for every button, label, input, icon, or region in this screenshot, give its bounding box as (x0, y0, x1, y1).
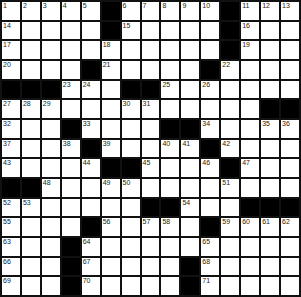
white-cell-r15c2[interactable] (22, 277, 40, 295)
black-cell-r4c5 (82, 61, 100, 79)
white-cell-r10c12[interactable]: 51 (221, 179, 239, 197)
white-cell-r10c4[interactable] (62, 179, 80, 197)
white-cell-r10c5[interactable] (82, 179, 100, 197)
white-cell-r11c4[interactable] (62, 199, 80, 217)
white-cell-r12c10[interactable] (181, 218, 199, 236)
white-cell-r1c11[interactable]: 10 (201, 2, 219, 20)
black-cell-r11c9 (161, 199, 179, 217)
clue-number: 20 (3, 61, 11, 69)
white-cell-r12c9[interactable]: 58 (161, 218, 179, 236)
white-cell-r11c5[interactable] (82, 199, 100, 217)
white-cell-r1c13[interactable]: 11 (241, 2, 259, 20)
black-cell-r5c3 (42, 81, 60, 99)
white-cell-r3c3[interactable] (42, 41, 60, 59)
black-cell-r1c6 (102, 2, 120, 20)
white-cell-r3c2[interactable] (22, 41, 40, 59)
white-cell-r9c15[interactable] (281, 159, 299, 177)
white-cell-r9c14[interactable] (261, 159, 279, 177)
clue-number: 37 (3, 140, 11, 148)
clue-number: 70 (83, 277, 91, 285)
white-cell-r15c1[interactable]: 69 (2, 277, 20, 295)
white-cell-r10c3[interactable]: 48 (42, 179, 60, 197)
white-cell-r6c12[interactable] (221, 100, 239, 118)
white-cell-r8c12[interactable]: 42 (221, 140, 239, 158)
white-cell-r11c7[interactable] (122, 199, 140, 217)
clue-number: 52 (3, 199, 11, 207)
white-cell-r1c5[interactable]: 5 (82, 2, 100, 20)
white-cell-r6c5[interactable] (82, 100, 100, 118)
white-cell-r13c3[interactable] (42, 238, 60, 256)
white-cell-r1c8[interactable]: 7 (142, 2, 160, 20)
white-cell-r7c7[interactable] (122, 120, 140, 138)
white-cell-r13c10[interactable] (181, 238, 199, 256)
white-cell-r1c7[interactable]: 6 (122, 2, 140, 20)
white-cell-r4c7[interactable] (122, 61, 140, 79)
white-cell-r15c5[interactable]: 70 (82, 277, 100, 295)
clue-number: 38 (63, 140, 71, 148)
white-cell-r9c5[interactable]: 44 (82, 159, 100, 177)
white-cell-r4c9[interactable] (161, 61, 179, 79)
white-cell-r14c5[interactable]: 67 (82, 258, 100, 276)
black-cell-r7c10 (181, 120, 199, 138)
white-cell-r10c11[interactable] (201, 179, 219, 197)
white-cell-r13c6[interactable] (102, 238, 120, 256)
white-cell-r9c3[interactable] (42, 159, 60, 177)
white-cell-r3c15[interactable] (281, 41, 299, 59)
clue-number: 18 (103, 41, 111, 49)
white-cell-r10c15[interactable] (281, 179, 299, 197)
white-cell-r3c5[interactable] (82, 41, 100, 59)
black-cell-r14c4 (62, 258, 80, 276)
white-cell-r6c13[interactable] (241, 100, 259, 118)
black-cell-r11c8 (142, 199, 160, 217)
black-cell-r13c4 (62, 238, 80, 256)
white-cell-r12c15[interactable]: 62 (281, 218, 299, 236)
clue-number: 32 (3, 120, 11, 128)
clue-number: 31 (143, 100, 151, 108)
white-cell-r14c8[interactable] (142, 258, 160, 276)
white-cell-r2c3[interactable] (42, 22, 60, 40)
white-cell-r15c11[interactable]: 71 (201, 277, 219, 295)
clue-number: 71 (202, 277, 210, 285)
white-cell-r3c6[interactable]: 18 (102, 41, 120, 59)
black-cell-r5c7 (122, 81, 140, 99)
white-cell-r8c3[interactable] (42, 140, 60, 158)
black-cell-r10c1 (2, 179, 20, 197)
black-cell-r2c6 (102, 22, 120, 40)
white-cell-r4c13[interactable] (241, 61, 259, 79)
white-cell-r11c2[interactable]: 53 (22, 199, 40, 217)
white-cell-r13c2[interactable] (22, 238, 40, 256)
clue-number: 27 (3, 100, 11, 108)
white-cell-r3c9[interactable] (161, 41, 179, 59)
clue-number: 56 (103, 218, 111, 226)
clue-number: 33 (83, 120, 91, 128)
clue-number: 8 (162, 2, 166, 10)
white-cell-r8c2[interactable] (22, 140, 40, 158)
white-cell-r7c5[interactable]: 33 (82, 120, 100, 138)
white-cell-r14c11[interactable]: 68 (201, 258, 219, 276)
white-cell-r15c12[interactable] (221, 277, 239, 295)
black-cell-r15c10 (181, 277, 199, 295)
white-cell-r15c14[interactable] (261, 277, 279, 295)
white-cell-r5c15[interactable] (281, 81, 299, 99)
white-cell-r11c12[interactable] (221, 199, 239, 217)
white-cell-r8c13[interactable] (241, 140, 259, 158)
black-cell-r14c10 (181, 258, 199, 276)
clue-number: 14 (3, 22, 11, 30)
clue-number: 6 (123, 2, 127, 10)
clue-number: 30 (123, 100, 131, 108)
black-cell-r6c15 (281, 100, 299, 118)
white-cell-r1c3[interactable]: 3 (42, 2, 60, 20)
white-cell-r9c8[interactable]: 45 (142, 159, 160, 177)
white-cell-r9c10[interactable] (181, 159, 199, 177)
black-cell-r9c12 (221, 159, 239, 177)
clue-number: 63 (3, 238, 11, 246)
clue-number: 19 (242, 41, 250, 49)
white-cell-r7c14[interactable]: 35 (261, 120, 279, 138)
clue-number: 11 (242, 2, 249, 10)
white-cell-r12c13[interactable]: 60 (241, 218, 259, 236)
white-cell-r14c6[interactable] (102, 258, 120, 276)
white-cell-r8c7[interactable] (122, 140, 140, 158)
clue-number: 42 (222, 140, 230, 148)
white-cell-r13c11[interactable]: 65 (201, 238, 219, 256)
white-cell-r5c4[interactable]: 23 (62, 81, 80, 99)
white-cell-r5c6[interactable] (102, 81, 120, 99)
white-cell-r8c15[interactable] (281, 140, 299, 158)
white-cell-r2c9[interactable] (161, 22, 179, 40)
white-cell-r10c13[interactable] (241, 179, 259, 197)
white-cell-r2c2[interactable] (22, 22, 40, 40)
white-cell-r10c7[interactable]: 50 (122, 179, 140, 197)
clue-number: 28 (23, 100, 31, 108)
white-cell-r6c10[interactable] (181, 100, 199, 118)
white-cell-r4c12[interactable]: 22 (221, 61, 239, 79)
white-cell-r7c8[interactable] (142, 120, 160, 138)
clue-number: 68 (202, 258, 210, 266)
white-cell-r11c10[interactable]: 54 (181, 199, 199, 217)
white-cell-r2c10[interactable] (181, 22, 199, 40)
white-cell-r13c9[interactable] (161, 238, 179, 256)
clue-number: 2 (23, 2, 27, 10)
white-cell-r8c14[interactable] (261, 140, 279, 158)
white-cell-r15c3[interactable] (42, 277, 60, 295)
clue-number: 62 (282, 218, 290, 226)
white-cell-r3c4[interactable] (62, 41, 80, 59)
black-cell-r15c4 (62, 277, 80, 295)
clue-number: 43 (3, 159, 11, 167)
clue-number: 9 (182, 2, 186, 10)
white-cell-r1c2[interactable]: 2 (22, 2, 40, 20)
black-cell-r7c9 (161, 120, 179, 138)
black-cell-r9c7 (122, 159, 140, 177)
white-cell-r10c14[interactable] (261, 179, 279, 197)
white-cell-r14c7[interactable] (122, 258, 140, 276)
white-cell-r4c8[interactable] (142, 61, 160, 79)
clue-number: 55 (3, 218, 11, 226)
white-cell-r13c8[interactable] (142, 238, 160, 256)
black-cell-r7c4 (62, 120, 80, 138)
white-cell-r3c8[interactable] (142, 41, 160, 59)
white-cell-r8c10[interactable]: 41 (181, 140, 199, 158)
clue-number: 59 (222, 218, 230, 226)
white-cell-r7c11[interactable]: 34 (201, 120, 219, 138)
white-cell-r5c13[interactable] (241, 81, 259, 99)
white-cell-r10c10[interactable] (181, 179, 199, 197)
white-cell-r12c1[interactable]: 55 (2, 218, 20, 236)
clue-number: 1 (3, 2, 7, 10)
white-cell-r12c12[interactable]: 59 (221, 218, 239, 236)
clue-number: 15 (123, 22, 131, 30)
white-cell-r11c6[interactable] (102, 199, 120, 217)
white-cell-r3c10[interactable] (181, 41, 199, 59)
white-cell-r13c1[interactable]: 63 (2, 238, 20, 256)
white-cell-r14c12[interactable] (221, 258, 239, 276)
clue-number: 40 (162, 140, 170, 148)
clue-number: 34 (202, 120, 210, 128)
white-cell-r4c6[interactable]: 21 (102, 61, 120, 79)
white-cell-r4c14[interactable] (261, 61, 279, 79)
white-cell-r13c13[interactable] (241, 238, 259, 256)
white-cell-r14c13[interactable] (241, 258, 259, 276)
clue-number: 4 (63, 2, 67, 10)
white-cell-r10c6[interactable]: 49 (102, 179, 120, 197)
white-cell-r6c2[interactable]: 28 (22, 100, 40, 118)
white-cell-r7c13[interactable] (241, 120, 259, 138)
white-cell-r8c8[interactable] (142, 140, 160, 158)
white-cell-r7c15[interactable]: 36 (281, 120, 299, 138)
black-cell-r8c5 (82, 140, 100, 158)
white-cell-r3c7[interactable] (122, 41, 140, 59)
white-cell-r13c5[interactable]: 64 (82, 238, 100, 256)
white-cell-r9c9[interactable] (161, 159, 179, 177)
black-cell-r12c5 (82, 218, 100, 236)
clue-number: 22 (222, 61, 230, 69)
white-cell-r4c3[interactable] (42, 61, 60, 79)
white-cell-r15c6[interactable] (102, 277, 120, 295)
clue-number: 61 (262, 218, 270, 226)
clue-number: 47 (242, 159, 250, 167)
clue-number: 13 (282, 2, 290, 10)
white-cell-r13c12[interactable] (221, 238, 239, 256)
white-cell-r2c4[interactable] (62, 22, 80, 40)
clue-number: 66 (3, 258, 11, 266)
clue-number: 23 (63, 81, 71, 89)
black-cell-r1c12 (221, 2, 239, 20)
black-cell-r5c8 (142, 81, 160, 99)
clue-number: 67 (83, 258, 91, 266)
white-cell-r2c15[interactable] (281, 22, 299, 40)
black-cell-r2c12 (221, 22, 239, 40)
white-cell-r5c12[interactable] (221, 81, 239, 99)
white-cell-r14c1[interactable]: 66 (2, 258, 20, 276)
clue-number: 65 (202, 238, 210, 246)
black-cell-r4c11 (201, 61, 219, 79)
clue-number: 46 (202, 159, 210, 167)
white-cell-r1c4[interactable]: 4 (62, 2, 80, 20)
black-cell-r12c11 (201, 218, 219, 236)
black-cell-r11c14 (261, 199, 279, 217)
black-cell-r3c12 (221, 41, 239, 59)
white-cell-r2c13[interactable]: 16 (241, 22, 259, 40)
white-cell-r7c2[interactable] (22, 120, 40, 138)
white-cell-r2c1[interactable]: 14 (2, 22, 20, 40)
white-cell-r4c15[interactable] (281, 61, 299, 79)
clue-number: 45 (143, 159, 151, 167)
white-cell-r3c1[interactable]: 17 (2, 41, 20, 59)
white-cell-r6c3[interactable]: 29 (42, 100, 60, 118)
clue-number: 3 (43, 2, 47, 10)
clue-number: 29 (43, 100, 51, 108)
white-cell-r1c10[interactable]: 9 (181, 2, 199, 20)
white-cell-r6c8[interactable]: 31 (142, 100, 160, 118)
white-cell-r12c4[interactable] (62, 218, 80, 236)
clue-number: 64 (83, 238, 91, 246)
white-cell-r5c11[interactable]: 26 (201, 81, 219, 99)
white-cell-r9c13[interactable]: 47 (241, 159, 259, 177)
white-cell-r2c11[interactable] (201, 22, 219, 40)
white-cell-r9c2[interactable] (22, 159, 40, 177)
white-cell-r6c9[interactable] (161, 100, 179, 118)
clue-number: 7 (143, 2, 147, 10)
white-cell-r4c10[interactable] (181, 61, 199, 79)
white-cell-r3c13[interactable]: 19 (241, 41, 259, 59)
white-cell-r5c9[interactable]: 25 (161, 81, 179, 99)
white-cell-r14c14[interactable] (261, 258, 279, 276)
white-cell-r7c12[interactable] (221, 120, 239, 138)
white-cell-r13c7[interactable] (122, 238, 140, 256)
white-cell-r4c1[interactable]: 20 (2, 61, 20, 79)
white-cell-r10c8[interactable] (142, 179, 160, 197)
clue-number: 17 (3, 41, 11, 49)
white-cell-r13c15[interactable] (281, 238, 299, 256)
white-cell-r1c14[interactable]: 12 (261, 2, 279, 20)
black-cell-r5c1 (2, 81, 20, 99)
white-cell-r12c6[interactable]: 56 (102, 218, 120, 236)
white-cell-r1c15[interactable]: 13 (281, 2, 299, 20)
white-cell-r8c6[interactable]: 39 (102, 140, 120, 158)
white-cell-r12c2[interactable] (22, 218, 40, 236)
clue-number: 26 (202, 81, 210, 89)
white-cell-r4c2[interactable] (22, 61, 40, 79)
clue-number: 5 (83, 2, 87, 10)
white-cell-r9c4[interactable] (62, 159, 80, 177)
white-cell-r9c1[interactable]: 43 (2, 159, 20, 177)
white-cell-r8c1[interactable]: 37 (2, 140, 20, 158)
clue-number: 10 (202, 2, 210, 10)
white-cell-r11c11[interactable] (201, 199, 219, 217)
white-cell-r4c4[interactable] (62, 61, 80, 79)
white-cell-r1c1[interactable]: 1 (2, 2, 20, 20)
clue-number: 36 (282, 120, 290, 128)
white-cell-r10c9[interactable] (161, 179, 179, 197)
white-cell-r11c1[interactable]: 52 (2, 199, 20, 217)
white-cell-r6c6[interactable] (102, 100, 120, 118)
clue-number: 39 (103, 140, 111, 148)
white-cell-r5c14[interactable] (261, 81, 279, 99)
clue-number: 35 (262, 120, 270, 128)
white-cell-r15c9[interactable] (161, 277, 179, 295)
black-cell-r11c13 (241, 199, 259, 217)
white-cell-r12c7[interactable] (122, 218, 140, 236)
clue-number: 48 (43, 179, 51, 187)
white-cell-r2c8[interactable] (142, 22, 160, 40)
white-cell-r7c6[interactable] (102, 120, 120, 138)
white-cell-r14c2[interactable] (22, 258, 40, 276)
clue-number: 69 (3, 277, 11, 285)
white-cell-r2c7[interactable]: 15 (122, 22, 140, 40)
clue-number: 51 (222, 179, 230, 187)
clue-number: 24 (83, 81, 91, 89)
black-cell-r5c2 (22, 81, 40, 99)
white-cell-r12c3[interactable] (42, 218, 60, 236)
white-cell-r6c11[interactable] (201, 100, 219, 118)
white-cell-r12c8[interactable]: 57 (142, 218, 160, 236)
clue-number: 25 (162, 81, 170, 89)
white-cell-r15c7[interactable] (122, 277, 140, 295)
clue-number: 50 (123, 179, 131, 187)
white-cell-r3c14[interactable] (261, 41, 279, 59)
white-cell-r2c5[interactable] (82, 22, 100, 40)
white-cell-r12c14[interactable]: 61 (261, 218, 279, 236)
clue-number: 16 (242, 22, 250, 30)
black-cell-r8c11 (201, 140, 219, 158)
white-cell-r11c3[interactable] (42, 199, 60, 217)
white-cell-r7c1[interactable]: 32 (2, 120, 20, 138)
clue-number: 49 (103, 179, 111, 187)
white-cell-r6c7[interactable]: 30 (122, 100, 140, 118)
clue-number: 41 (182, 140, 190, 148)
white-cell-r15c15[interactable] (281, 277, 299, 295)
white-cell-r9c11[interactable]: 46 (201, 159, 219, 177)
black-cell-r9c6 (102, 159, 120, 177)
white-cell-r8c9[interactable]: 40 (161, 140, 179, 158)
black-cell-r11c15 (281, 199, 299, 217)
black-cell-r10c2 (22, 179, 40, 197)
white-cell-r15c13[interactable] (241, 277, 259, 295)
white-cell-r3c11[interactable] (201, 41, 219, 59)
white-cell-r1c9[interactable]: 8 (161, 2, 179, 20)
clue-number: 21 (103, 61, 111, 69)
clue-number: 44 (83, 159, 91, 167)
white-cell-r14c3[interactable] (42, 258, 60, 276)
white-cell-r6c1[interactable]: 27 (2, 100, 20, 118)
white-cell-r5c5[interactable]: 24 (82, 81, 100, 99)
white-cell-r13c14[interactable] (261, 238, 279, 256)
clue-number: 57 (143, 218, 151, 226)
crossword-grid: 1234567891011121314151617181920212223242… (0, 0, 301, 297)
white-cell-r14c15[interactable] (281, 258, 299, 276)
clue-number: 12 (262, 2, 270, 10)
white-cell-r6c4[interactable] (62, 100, 80, 118)
white-cell-r7c3[interactable] (42, 120, 60, 138)
clue-number: 60 (242, 218, 250, 226)
clue-number: 54 (182, 199, 190, 207)
white-cell-r15c8[interactable] (142, 277, 160, 295)
white-cell-r2c14[interactable] (261, 22, 279, 40)
clue-number: 53 (23, 199, 31, 207)
black-cell-r6c14 (261, 100, 279, 118)
white-cell-r8c4[interactable]: 38 (62, 140, 80, 158)
white-cell-r5c10[interactable] (181, 81, 199, 99)
white-cell-r14c9[interactable] (161, 258, 179, 276)
clue-number: 58 (162, 218, 170, 226)
